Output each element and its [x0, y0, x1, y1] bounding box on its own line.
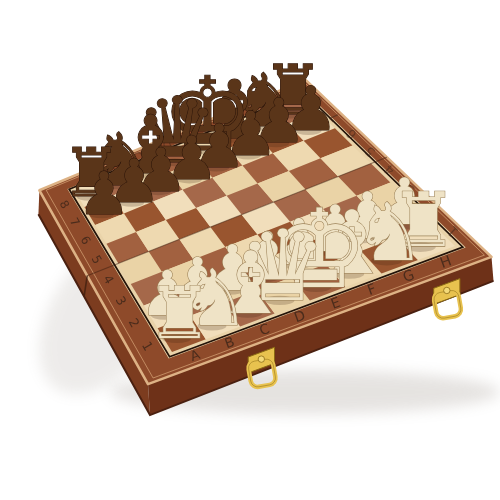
chessboard: 87654321ABCDEFGH87654321ABCDEFGH♜♞♟♝♟♚♟♛…	[0, 0, 500, 500]
piece-black-pawn-a7[interactable]: ♟	[77, 159, 130, 228]
front-right-latch-knob	[444, 287, 450, 293]
piece-white-rook-a1[interactable]: ♜	[147, 271, 212, 355]
chess-set-scene: 87654321ABCDEFGH87654321ABCDEFGH♜♞♟♝♟♚♟♛…	[0, 0, 500, 500]
front-left-latch-knob	[258, 356, 264, 362]
